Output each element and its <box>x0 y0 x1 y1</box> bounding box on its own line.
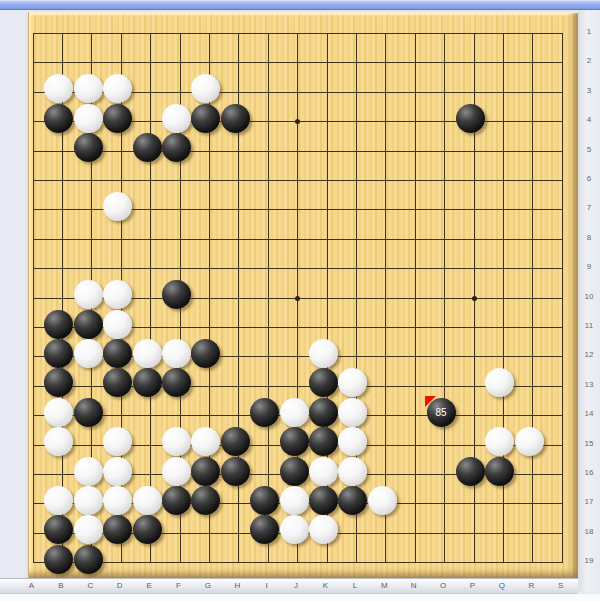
stone-black <box>309 368 338 397</box>
column-label: N <box>405 581 423 590</box>
grid-line-horizontal <box>33 562 563 563</box>
stone-black <box>44 339 73 368</box>
stone-black <box>309 486 338 515</box>
stone-white <box>485 368 514 397</box>
stone-white <box>515 427 544 456</box>
stone-black <box>162 486 191 515</box>
stone-black <box>250 486 279 515</box>
bottom-margin <box>0 594 600 601</box>
grid-line-vertical <box>385 33 386 563</box>
stone-white <box>103 427 132 456</box>
row-label: 9 <box>581 262 597 272</box>
stone-black <box>280 457 309 486</box>
stone-white <box>133 339 162 368</box>
stone-black <box>221 427 250 456</box>
stone-white <box>191 74 220 103</box>
stone-white <box>280 486 309 515</box>
row-label: 18 <box>581 527 597 537</box>
stone-black <box>280 427 309 456</box>
row-label: 13 <box>581 380 597 390</box>
column-label: F <box>170 581 188 590</box>
stone-white <box>44 427 73 456</box>
stone-white <box>74 339 103 368</box>
stone-white <box>280 398 309 427</box>
column-label: K <box>317 581 335 590</box>
row-label: 2 <box>581 56 597 66</box>
row-labels-strip: 12345678910111213141516171819 <box>578 10 600 592</box>
column-label: S <box>552 581 570 590</box>
stone-white <box>103 457 132 486</box>
column-label: H <box>228 581 246 590</box>
stone-white <box>44 486 73 515</box>
stone-black <box>44 310 73 339</box>
stone-white <box>162 339 191 368</box>
stone-white <box>368 486 397 515</box>
stone-black <box>133 368 162 397</box>
stone-black <box>74 133 103 162</box>
stone-white <box>280 515 309 544</box>
grid-line-vertical <box>532 33 533 563</box>
column-label: O <box>434 581 452 590</box>
grid-line-vertical <box>444 33 445 563</box>
stone-white <box>338 398 367 427</box>
column-label: M <box>375 581 393 590</box>
stone-white <box>338 368 367 397</box>
stone-black <box>191 104 220 133</box>
stone-black <box>74 545 103 574</box>
row-label: 17 <box>581 497 597 507</box>
column-label: G <box>199 581 217 590</box>
stone-white <box>338 457 367 486</box>
stone-white <box>162 104 191 133</box>
stone-white <box>103 192 132 221</box>
stone-black <box>44 104 73 133</box>
column-label: E <box>140 581 158 590</box>
column-label: C <box>81 581 99 590</box>
stone-white <box>191 427 220 456</box>
grid-line-vertical <box>415 33 416 563</box>
stone-black <box>191 339 220 368</box>
stone-white <box>309 457 338 486</box>
column-labels-strip: ABCDEFGHIJKLMNOPQRS <box>0 578 578 594</box>
stone-black <box>103 515 132 544</box>
stone-black <box>250 398 279 427</box>
row-label: 1 <box>581 27 597 37</box>
row-label: 14 <box>581 409 597 419</box>
stone-white <box>103 486 132 515</box>
row-label: 8 <box>581 233 597 243</box>
stone-white <box>133 486 162 515</box>
stone-black <box>309 398 338 427</box>
star-point <box>295 119 300 124</box>
stone-white <box>338 427 367 456</box>
stone-black <box>338 486 367 515</box>
stone-black <box>103 368 132 397</box>
stone-black <box>191 486 220 515</box>
grid-line-vertical <box>562 33 563 563</box>
stone-black <box>44 545 73 574</box>
stone-black <box>162 368 191 397</box>
stone-white <box>74 280 103 309</box>
stone-white <box>162 427 191 456</box>
column-label: P <box>464 581 482 590</box>
stone-white <box>74 486 103 515</box>
row-label: 16 <box>581 468 597 478</box>
stone-black <box>221 104 250 133</box>
star-point <box>295 296 300 301</box>
stone-black <box>133 515 162 544</box>
column-label: D <box>111 581 129 590</box>
row-label: 15 <box>581 439 597 449</box>
stone-black <box>103 339 132 368</box>
stone-black <box>250 515 279 544</box>
stone-black <box>74 310 103 339</box>
stone-black <box>191 457 220 486</box>
stone-black <box>74 398 103 427</box>
stone-white <box>485 427 514 456</box>
stone-white <box>162 457 191 486</box>
stone-black <box>485 457 514 486</box>
stone-white <box>103 74 132 103</box>
stone-white <box>103 310 132 339</box>
row-label: 10 <box>581 292 597 302</box>
stone-white <box>44 398 73 427</box>
row-label: 5 <box>581 145 597 155</box>
row-label: 12 <box>581 350 597 360</box>
stone-white <box>74 104 103 133</box>
stone-white <box>74 74 103 103</box>
column-label: Q <box>493 581 511 590</box>
star-point <box>472 296 477 301</box>
stone-black <box>162 280 191 309</box>
column-label: L <box>346 581 364 590</box>
column-label: B <box>52 581 70 590</box>
row-label: 11 <box>581 321 597 331</box>
stone-black <box>162 133 191 162</box>
stone-black <box>133 133 162 162</box>
row-label: 3 <box>581 86 597 96</box>
stone-white <box>74 457 103 486</box>
column-label: A <box>23 581 41 590</box>
row-label: 6 <box>581 174 597 184</box>
go-board-surface[interactable]: 85 <box>28 12 578 578</box>
move-number-label: 85 <box>427 398 456 427</box>
row-label: 19 <box>581 556 597 566</box>
window-top-bar <box>0 0 600 10</box>
row-label: 4 <box>581 115 597 125</box>
stone-black <box>44 515 73 544</box>
row-label: 7 <box>581 203 597 213</box>
stone-black <box>456 104 485 133</box>
stone-white <box>44 74 73 103</box>
column-label: R <box>522 581 540 590</box>
stone-black <box>456 457 485 486</box>
last-move-stone: 85 <box>427 398 456 427</box>
stone-white <box>309 339 338 368</box>
column-label: J <box>287 581 305 590</box>
stone-white <box>74 515 103 544</box>
column-label: I <box>258 581 276 590</box>
stone-black <box>221 457 250 486</box>
app-window: 85 12345678910111213141516171819 ABCDEFG… <box>0 0 600 601</box>
stone-black <box>103 104 132 133</box>
stone-black <box>44 368 73 397</box>
stone-white <box>309 515 338 544</box>
stone-black <box>309 427 338 456</box>
stone-white <box>103 280 132 309</box>
